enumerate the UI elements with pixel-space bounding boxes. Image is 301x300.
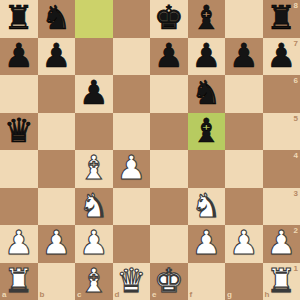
square-b6[interactable]: [38, 75, 76, 113]
coord-label-file-b: b: [40, 291, 45, 299]
piece-black-pawn[interactable]: ♟: [4, 39, 34, 72]
square-e1[interactable]: ♚e: [150, 263, 188, 300]
square-d4[interactable]: ♟: [113, 150, 151, 188]
square-f4[interactable]: [188, 150, 226, 188]
square-e4[interactable]: [150, 150, 188, 188]
coord-label-file-f: f: [190, 291, 193, 299]
square-e7[interactable]: ♟: [150, 38, 188, 76]
square-b8[interactable]: ♞: [38, 0, 76, 38]
piece-white-bishop[interactable]: ♝: [79, 151, 109, 184]
square-g5[interactable]: [225, 113, 263, 151]
square-f8[interactable]: ♝: [188, 0, 226, 38]
square-f2[interactable]: ♟: [188, 225, 226, 263]
coord-label-rank-6: 6: [294, 77, 298, 85]
piece-black-knight[interactable]: ♞: [191, 76, 221, 109]
square-c2[interactable]: ♟: [75, 225, 113, 263]
square-a5[interactable]: ♛: [0, 113, 38, 151]
piece-white-rook[interactable]: ♜: [266, 264, 296, 297]
piece-white-pawn[interactable]: ♟: [4, 226, 34, 259]
piece-black-bishop[interactable]: ♝: [191, 114, 221, 147]
piece-white-knight[interactable]: ♞: [191, 189, 221, 222]
square-e2[interactable]: [150, 225, 188, 263]
square-a6[interactable]: [0, 75, 38, 113]
square-d2[interactable]: [113, 225, 151, 263]
coord-label-rank-2: 2: [294, 227, 298, 235]
square-h8[interactable]: ♜8: [263, 0, 301, 38]
piece-white-pawn[interactable]: ♟: [191, 226, 221, 259]
square-f1[interactable]: f: [188, 263, 226, 300]
square-h5[interactable]: 5: [263, 113, 301, 151]
square-c1[interactable]: ♝c: [75, 263, 113, 300]
square-c8[interactable]: [75, 0, 113, 38]
square-f3[interactable]: ♞: [188, 188, 226, 226]
square-b7[interactable]: ♟: [38, 38, 76, 76]
square-d1[interactable]: ♛d: [113, 263, 151, 300]
square-g3[interactable]: [225, 188, 263, 226]
coord-label-rank-5: 5: [294, 115, 298, 123]
square-h1[interactable]: ♜1h: [263, 263, 301, 300]
square-d8[interactable]: [113, 0, 151, 38]
square-h3[interactable]: 3: [263, 188, 301, 226]
coord-label-rank-4: 4: [294, 152, 298, 160]
piece-white-bishop[interactable]: ♝: [79, 264, 109, 297]
square-d6[interactable]: [113, 75, 151, 113]
coord-label-file-a: a: [2, 291, 6, 299]
piece-white-pawn[interactable]: ♟: [229, 226, 259, 259]
square-c4[interactable]: ♝: [75, 150, 113, 188]
piece-black-rook[interactable]: ♜: [266, 1, 296, 34]
piece-black-pawn[interactable]: ♟: [79, 76, 109, 109]
coord-label-rank-1: 1: [294, 265, 298, 273]
square-g4[interactable]: [225, 150, 263, 188]
coord-label-rank-3: 3: [294, 190, 298, 198]
piece-white-pawn[interactable]: ♟: [266, 226, 296, 259]
square-e6[interactable]: [150, 75, 188, 113]
square-g6[interactable]: [225, 75, 263, 113]
coord-label-file-g: g: [227, 291, 232, 299]
square-c7[interactable]: [75, 38, 113, 76]
square-h4[interactable]: 4: [263, 150, 301, 188]
coord-label-file-d: d: [115, 291, 120, 299]
square-h6[interactable]: 6: [263, 75, 301, 113]
piece-white-king[interactable]: ♚: [154, 264, 184, 297]
piece-white-queen[interactable]: ♛: [116, 264, 146, 297]
chess-board: ♜♞♚♝♜8♟♟♟♟♟♟7♟♞6♛♝5♝♟4♞♞3♟♟♟♟♟♟2♜ab♝c♛d♚…: [0, 0, 300, 300]
square-f5[interactable]: ♝: [188, 113, 226, 151]
square-c3[interactable]: ♞: [75, 188, 113, 226]
square-a3[interactable]: [0, 188, 38, 226]
square-b5[interactable]: [38, 113, 76, 151]
square-f6[interactable]: ♞: [188, 75, 226, 113]
square-f7[interactable]: ♟: [188, 38, 226, 76]
square-d7[interactable]: [113, 38, 151, 76]
piece-white-pawn[interactable]: ♟: [41, 226, 71, 259]
square-e8[interactable]: ♚: [150, 0, 188, 38]
piece-white-pawn[interactable]: ♟: [79, 226, 109, 259]
square-a4[interactable]: [0, 150, 38, 188]
square-d3[interactable]: [113, 188, 151, 226]
square-b3[interactable]: [38, 188, 76, 226]
square-e5[interactable]: [150, 113, 188, 151]
coord-label-file-e: e: [152, 291, 156, 299]
piece-white-rook[interactable]: ♜: [4, 264, 34, 297]
coord-label-rank-8: 8: [294, 2, 298, 10]
square-g1[interactable]: g: [225, 263, 263, 300]
piece-white-knight[interactable]: ♞: [79, 189, 109, 222]
square-a2[interactable]: ♟: [0, 225, 38, 263]
square-c5[interactable]: [75, 113, 113, 151]
square-b2[interactable]: ♟: [38, 225, 76, 263]
piece-black-rook[interactable]: ♜: [4, 1, 34, 34]
piece-black-king[interactable]: ♚: [154, 1, 184, 34]
square-h2[interactable]: ♟2: [263, 225, 301, 263]
piece-white-pawn[interactable]: ♟: [116, 151, 146, 184]
piece-black-pawn[interactable]: ♟: [229, 39, 259, 72]
square-h7[interactable]: ♟7: [263, 38, 301, 76]
square-g2[interactable]: ♟: [225, 225, 263, 263]
square-b1[interactable]: b: [38, 263, 76, 300]
coord-label-rank-7: 7: [294, 40, 298, 48]
square-g7[interactable]: ♟: [225, 38, 263, 76]
piece-black-knight[interactable]: ♞: [41, 1, 71, 34]
square-g8[interactable]: [225, 0, 263, 38]
piece-black-pawn[interactable]: ♟: [154, 39, 184, 72]
square-a7[interactable]: ♟: [0, 38, 38, 76]
piece-black-queen[interactable]: ♛: [4, 114, 34, 147]
square-a1[interactable]: ♜a: [0, 263, 38, 300]
square-e3[interactable]: [150, 188, 188, 226]
square-c6[interactable]: ♟: [75, 75, 113, 113]
coord-label-file-c: c: [77, 291, 81, 299]
piece-black-pawn[interactable]: ♟: [266, 39, 296, 72]
piece-black-bishop[interactable]: ♝: [191, 1, 221, 34]
coord-label-file-h: h: [265, 291, 270, 299]
piece-black-pawn[interactable]: ♟: [41, 39, 71, 72]
piece-black-pawn[interactable]: ♟: [191, 39, 221, 72]
square-a8[interactable]: ♜: [0, 0, 38, 38]
square-b4[interactable]: [38, 150, 76, 188]
square-d5[interactable]: [113, 113, 151, 151]
